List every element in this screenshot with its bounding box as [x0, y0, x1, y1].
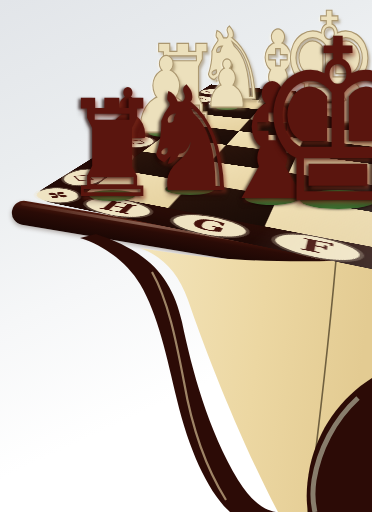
chess-table-photo: HGFEDCBA ◇◇◇◇◇◇◇◇ ✤ ♞♝♚♟♜♟♟♟♞♜♝♚ [0, 0, 372, 512]
table-base [0, 230, 372, 512]
rank-marker: ◇ [198, 89, 226, 95]
